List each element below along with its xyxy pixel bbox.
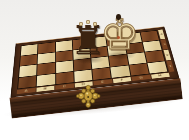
file-label: G	[132, 75, 151, 81]
file-label: B	[36, 86, 54, 92]
king-red-dot-icon	[117, 36, 120, 39]
file-label: H	[151, 73, 170, 79]
board-square	[56, 71, 74, 84]
rook-tip-icon	[86, 20, 90, 24]
file-label: A	[17, 88, 35, 94]
king-shadow	[104, 51, 136, 60]
box-scene: ABCDEFGH 4321	[10, 1, 180, 88]
board-square	[111, 65, 130, 78]
rook-shadow	[73, 55, 105, 64]
board-square	[147, 61, 167, 74]
file-label: C	[55, 84, 73, 90]
rook-tip-icon	[79, 22, 83, 26]
file-label: F	[112, 77, 131, 83]
board-square	[74, 69, 92, 82]
king-finial-icon	[116, 14, 121, 20]
brass-clasp-icon	[75, 84, 101, 110]
board-square	[18, 76, 36, 89]
board-square	[92, 67, 111, 80]
board-square	[129, 63, 149, 76]
rook-tip-icon	[93, 22, 97, 26]
chess-box-photo: ABCDEFGH 4321 ♜ ♚	[0, 0, 189, 140]
board-square	[37, 73, 55, 86]
